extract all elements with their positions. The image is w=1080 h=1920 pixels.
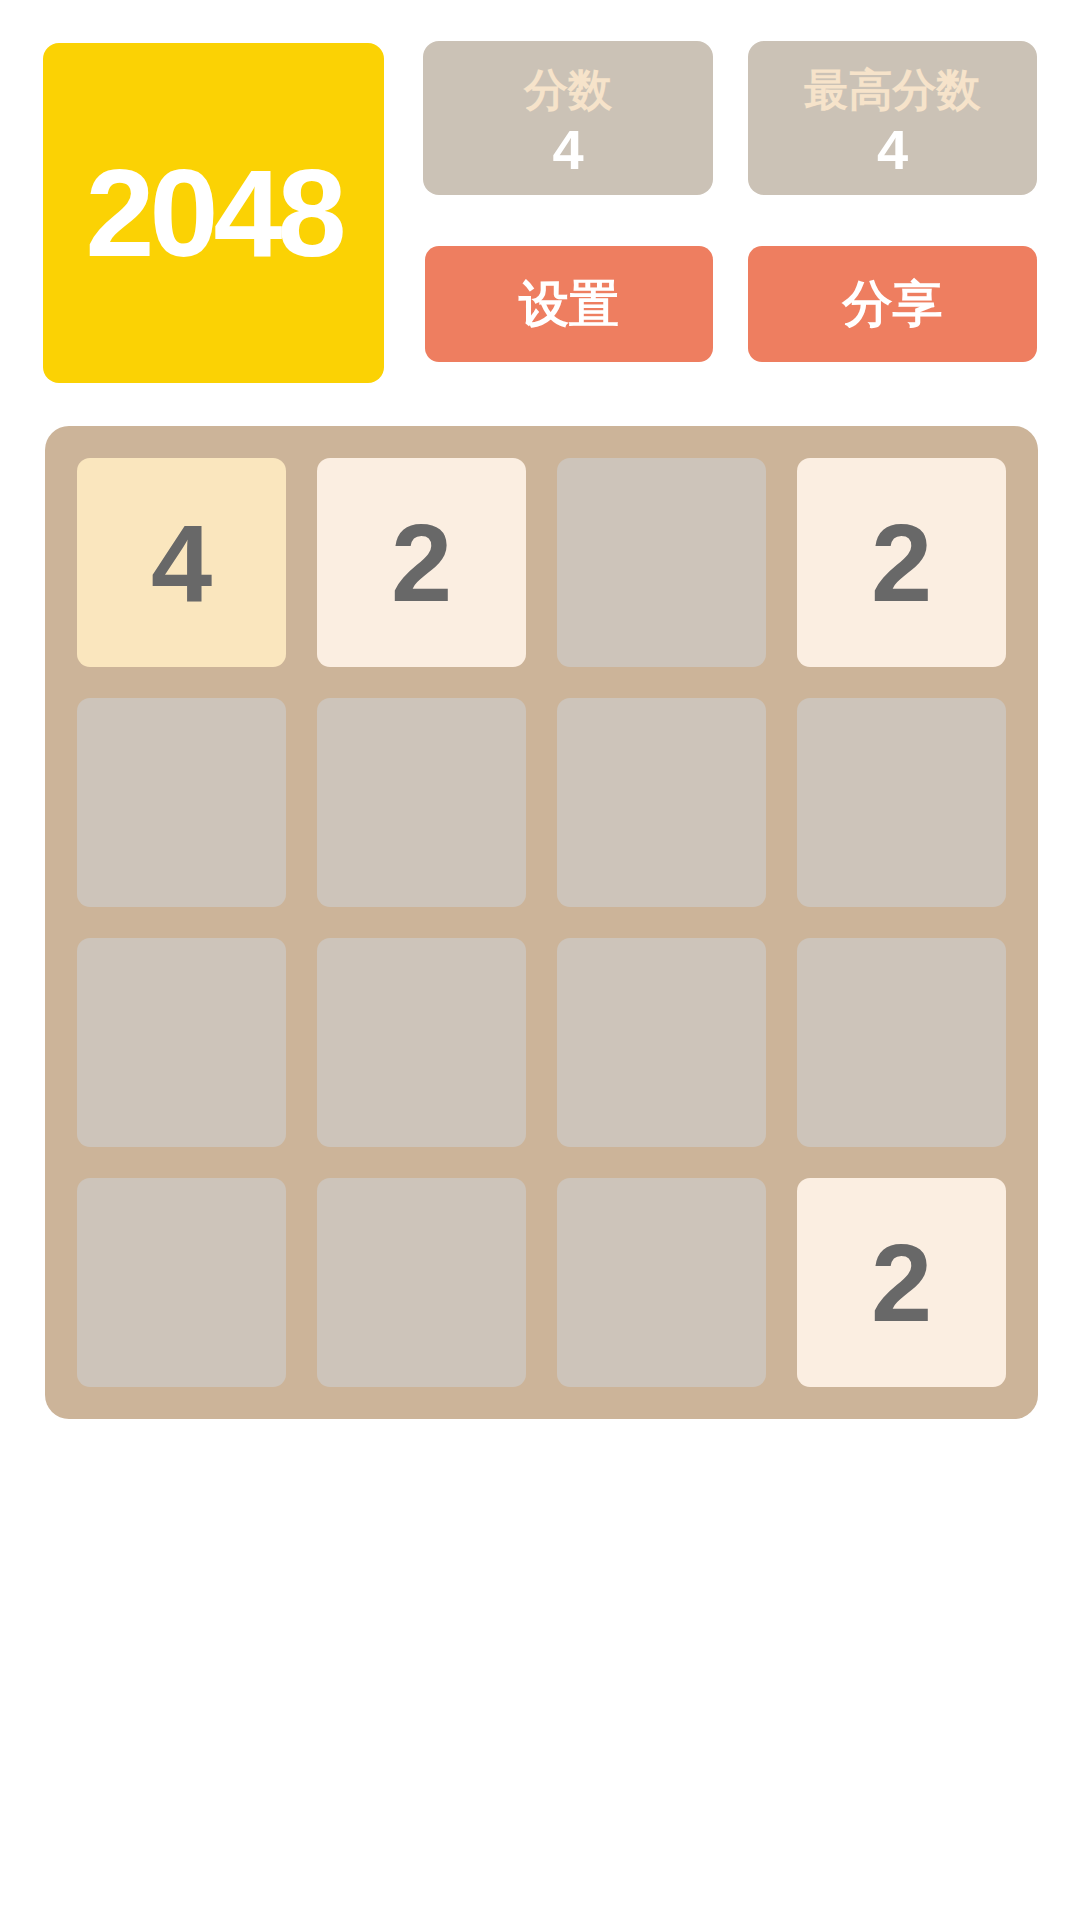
- tile-2: 2: [317, 458, 526, 667]
- empty-cell: [77, 1178, 286, 1387]
- score-value: 4: [552, 119, 583, 181]
- empty-cell: [797, 698, 1006, 907]
- settings-button[interactable]: 设置: [425, 246, 713, 362]
- empty-cell: [557, 1178, 766, 1387]
- best-score-value: 4: [877, 119, 908, 181]
- logo-text: 2048: [86, 151, 342, 275]
- app-logo: 2048: [43, 43, 384, 383]
- app-screen: 2048 分数 4 最高分数 4 设置 分享 4222: [0, 0, 1080, 1920]
- game-board[interactable]: 4222: [45, 426, 1038, 1419]
- best-score-box: 最高分数 4: [748, 41, 1037, 195]
- empty-cell: [317, 698, 526, 907]
- empty-cell: [77, 938, 286, 1147]
- score-label: 分数: [524, 61, 612, 119]
- tile-2: 2: [797, 1178, 1006, 1387]
- empty-cell: [557, 458, 766, 667]
- empty-cell: [317, 938, 526, 1147]
- share-button[interactable]: 分享: [748, 246, 1037, 362]
- empty-cell: [557, 938, 766, 1147]
- score-box: 分数 4: [423, 41, 713, 195]
- tile-4: 4: [77, 458, 286, 667]
- best-score-label: 最高分数: [805, 61, 981, 119]
- empty-cell: [797, 938, 1006, 1147]
- empty-cell: [77, 698, 286, 907]
- empty-cell: [557, 698, 766, 907]
- tile-2: 2: [797, 458, 1006, 667]
- empty-cell: [317, 1178, 526, 1387]
